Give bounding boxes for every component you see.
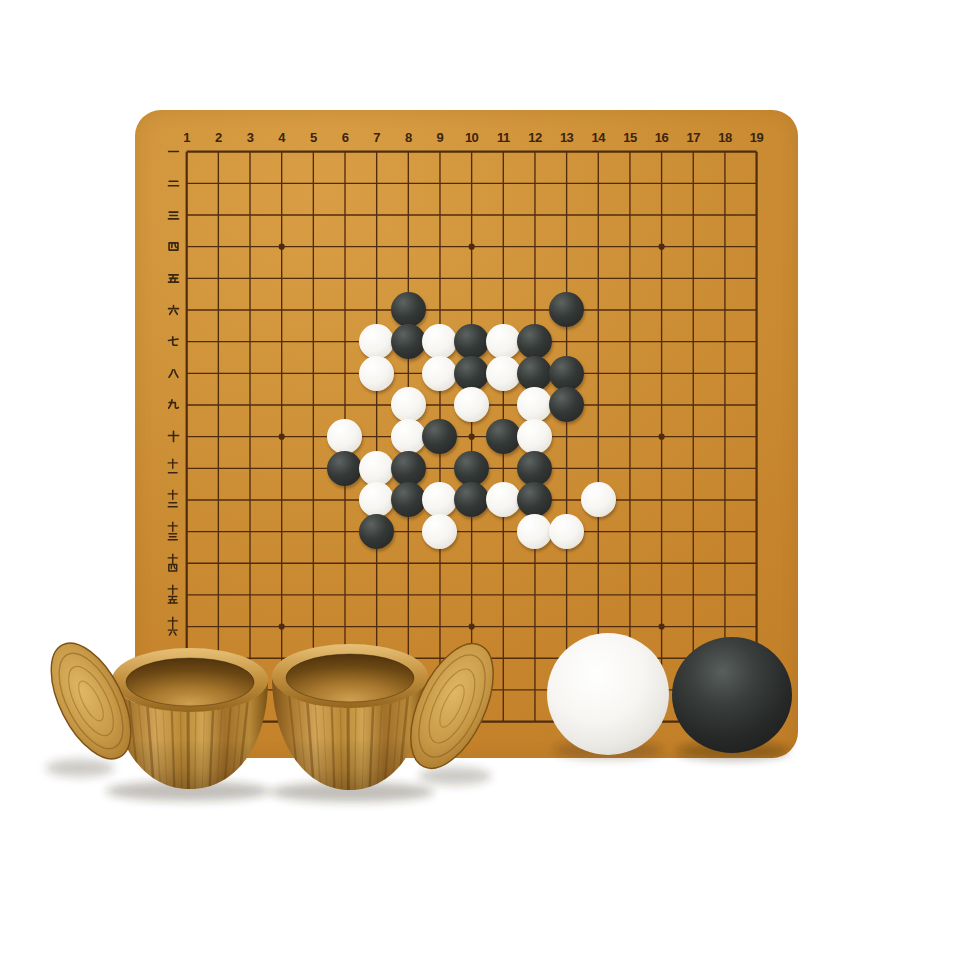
board-point	[392, 326, 424, 358]
row-label	[160, 551, 186, 575]
white-stone	[486, 324, 521, 359]
board-point	[456, 452, 488, 484]
board-point	[456, 389, 488, 421]
bowl-lid-left	[35, 631, 147, 771]
white-stone	[422, 324, 457, 359]
white-stone	[359, 482, 394, 517]
board-point	[424, 484, 456, 516]
board-point	[456, 326, 488, 358]
black-stone	[359, 514, 394, 549]
white-stone	[454, 387, 489, 422]
black-stone	[517, 451, 552, 486]
board-point	[361, 452, 393, 484]
board-point	[519, 389, 551, 421]
black-stone	[454, 324, 489, 359]
board-point	[392, 452, 424, 484]
board-point	[487, 484, 519, 516]
black-stone	[391, 451, 426, 486]
black-stone	[391, 292, 426, 327]
white-stone	[391, 419, 426, 454]
board-point	[329, 421, 361, 453]
board-point	[551, 294, 583, 326]
black-stone	[549, 292, 584, 327]
stones-grid	[171, 136, 772, 548]
board-point	[361, 357, 393, 389]
board-point	[424, 357, 456, 389]
white-stone	[517, 387, 552, 422]
go-board-mat: 12345678910111213141516171819	[135, 110, 798, 758]
white-stone	[359, 356, 394, 391]
white-stone	[422, 356, 457, 391]
board-point	[487, 357, 519, 389]
black-stone	[486, 419, 521, 454]
board-point	[519, 357, 551, 389]
row-label	[160, 615, 186, 639]
board-point	[519, 326, 551, 358]
black-stone	[327, 451, 362, 486]
board-point	[519, 421, 551, 453]
white-stone	[517, 514, 552, 549]
black-stone	[549, 356, 584, 391]
white-stone	[422, 514, 457, 549]
white-stone	[486, 356, 521, 391]
row-label	[160, 583, 186, 607]
black-stone	[391, 482, 426, 517]
black-stone	[517, 324, 552, 359]
star-point	[659, 624, 665, 630]
white-stone	[549, 514, 584, 549]
board-point	[519, 516, 551, 548]
board-point	[487, 326, 519, 358]
board-point	[519, 452, 551, 484]
board-point	[392, 421, 424, 453]
black-stone	[454, 451, 489, 486]
board-point	[329, 452, 361, 484]
star-point	[469, 624, 475, 630]
board-point	[361, 516, 393, 548]
board-point	[582, 484, 614, 516]
white-stone	[486, 482, 521, 517]
black-stone	[549, 387, 584, 422]
white-stone	[517, 419, 552, 454]
white-stone	[327, 419, 362, 454]
white-stone	[391, 387, 426, 422]
board-point	[551, 389, 583, 421]
white-stone	[359, 451, 394, 486]
board-point	[424, 326, 456, 358]
board-point	[551, 357, 583, 389]
board-point	[392, 484, 424, 516]
board-point	[551, 516, 583, 548]
board-point	[361, 484, 393, 516]
board-point	[519, 484, 551, 516]
go-set-product-photo: 12345678910111213141516171819	[0, 0, 960, 960]
black-stone	[422, 419, 457, 454]
white-stone	[359, 324, 394, 359]
board-point	[392, 389, 424, 421]
star-point	[279, 624, 285, 630]
board-point	[456, 484, 488, 516]
board-point	[424, 516, 456, 548]
black-stone	[454, 356, 489, 391]
black-stone	[517, 482, 552, 517]
board-point	[487, 421, 519, 453]
board-point	[361, 326, 393, 358]
board-point	[424, 421, 456, 453]
black-stone	[454, 482, 489, 517]
black-stone	[517, 356, 552, 391]
white-stone	[422, 482, 457, 517]
board-point	[392, 294, 424, 326]
board-point	[456, 357, 488, 389]
white-stone	[581, 482, 616, 517]
black-stone	[391, 324, 426, 359]
